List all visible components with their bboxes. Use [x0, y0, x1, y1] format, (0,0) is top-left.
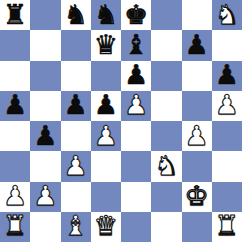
square-c6[interactable] [61, 61, 91, 91]
square-e7[interactable]: ♝ [121, 30, 151, 60]
piece-black-rook[interactable]: ♜ [3, 1, 27, 28]
square-c7[interactable] [61, 30, 91, 60]
square-g8[interactable] [182, 0, 212, 30]
square-d6[interactable] [91, 61, 121, 91]
square-f1[interactable] [151, 212, 181, 242]
square-h7[interactable] [212, 30, 242, 60]
piece-white-bishop[interactable]: ♝ [64, 212, 88, 239]
piece-black-pawn[interactable]: ♟ [33, 122, 57, 149]
square-d2[interactable] [91, 182, 121, 212]
square-b3[interactable] [30, 151, 60, 181]
square-f3[interactable]: ♞ [151, 151, 181, 181]
square-c5[interactable]: ♟ [61, 91, 91, 121]
square-g7[interactable]: ♟ [182, 30, 212, 60]
square-b8[interactable] [30, 0, 60, 30]
square-e4[interactable] [121, 121, 151, 151]
square-a6[interactable] [0, 61, 30, 91]
piece-black-pawn[interactable]: ♟ [64, 91, 88, 118]
square-h3[interactable] [212, 151, 242, 181]
square-c3[interactable]: ♟ [61, 151, 91, 181]
square-a1[interactable]: ♜ [0, 212, 30, 242]
square-h6[interactable]: ♟ [212, 61, 242, 91]
square-g2[interactable]: ♚ [182, 182, 212, 212]
piece-black-pawn[interactable]: ♟ [215, 61, 239, 88]
square-g5[interactable] [182, 91, 212, 121]
square-d7[interactable]: ♛ [91, 30, 121, 60]
square-h8[interactable]: ♞ [212, 0, 242, 30]
piece-white-king[interactable]: ♚ [185, 182, 209, 209]
piece-white-pawn[interactable]: ♟ [185, 122, 209, 149]
square-d8[interactable]: ♞ [91, 0, 121, 30]
square-d4[interactable]: ♟ [91, 121, 121, 151]
piece-white-pawn[interactable]: ♟ [33, 182, 57, 209]
piece-white-pawn[interactable]: ♟ [215, 91, 239, 118]
square-f4[interactable] [151, 121, 181, 151]
piece-black-queen[interactable]: ♛ [94, 31, 118, 58]
square-f8[interactable] [151, 0, 181, 30]
piece-white-pawn[interactable]: ♟ [3, 182, 27, 209]
square-h5[interactable]: ♟ [212, 91, 242, 121]
square-b4[interactable]: ♟ [30, 121, 60, 151]
square-a7[interactable] [0, 30, 30, 60]
square-a3[interactable] [0, 151, 30, 181]
square-d1[interactable]: ♛ [91, 212, 121, 242]
piece-white-pawn[interactable]: ♟ [64, 152, 88, 179]
square-h4[interactable] [212, 121, 242, 151]
square-e2[interactable] [121, 182, 151, 212]
piece-black-pawn[interactable]: ♟ [94, 91, 118, 118]
piece-black-king[interactable]: ♚ [124, 1, 148, 28]
piece-black-knight[interactable]: ♞ [64, 1, 88, 28]
square-h2[interactable] [212, 182, 242, 212]
square-c8[interactable]: ♞ [61, 0, 91, 30]
square-c2[interactable] [61, 182, 91, 212]
square-b1[interactable] [30, 212, 60, 242]
square-d5[interactable]: ♟ [91, 91, 121, 121]
square-f6[interactable] [151, 61, 181, 91]
square-c4[interactable] [61, 121, 91, 151]
square-f7[interactable] [151, 30, 181, 60]
piece-black-bishop[interactable]: ♝ [124, 31, 148, 58]
square-f2[interactable] [151, 182, 181, 212]
square-d3[interactable] [91, 151, 121, 181]
piece-white-knight[interactable]: ♞ [215, 1, 239, 28]
square-a2[interactable]: ♟ [0, 182, 30, 212]
square-g4[interactable]: ♟ [182, 121, 212, 151]
square-b2[interactable]: ♟ [30, 182, 60, 212]
square-g6[interactable] [182, 61, 212, 91]
square-g3[interactable] [182, 151, 212, 181]
square-e1[interactable] [121, 212, 151, 242]
square-e3[interactable] [121, 151, 151, 181]
piece-black-pawn[interactable]: ♟ [185, 31, 209, 58]
square-g1[interactable] [182, 212, 212, 242]
piece-white-rook[interactable]: ♜ [3, 212, 27, 239]
piece-white-rook[interactable]: ♜ [215, 212, 239, 239]
piece-white-knight[interactable]: ♞ [154, 152, 178, 179]
square-e5[interactable]: ♟ [121, 91, 151, 121]
square-a5[interactable]: ♟ [0, 91, 30, 121]
chess-board: ♜♞♞♚♞♛♝♟♟♟♟♟♟♟♟♟♟♟♟♞♟♟♚♜♝♛♜ [0, 0, 242, 242]
piece-white-queen[interactable]: ♛ [94, 212, 118, 239]
square-b6[interactable] [30, 61, 60, 91]
square-a8[interactable]: ♜ [0, 0, 30, 30]
square-f5[interactable] [151, 91, 181, 121]
piece-black-knight[interactable]: ♞ [94, 1, 118, 28]
square-b7[interactable] [30, 30, 60, 60]
square-h1[interactable]: ♜ [212, 212, 242, 242]
piece-white-pawn[interactable]: ♟ [124, 91, 148, 118]
square-b5[interactable] [30, 91, 60, 121]
square-e8[interactable]: ♚ [121, 0, 151, 30]
square-a4[interactable] [0, 121, 30, 151]
square-c1[interactable]: ♝ [61, 212, 91, 242]
piece-white-pawn[interactable]: ♟ [94, 122, 118, 149]
piece-black-pawn[interactable]: ♟ [3, 91, 27, 118]
piece-black-pawn[interactable]: ♟ [124, 61, 148, 88]
square-e6[interactable]: ♟ [121, 61, 151, 91]
